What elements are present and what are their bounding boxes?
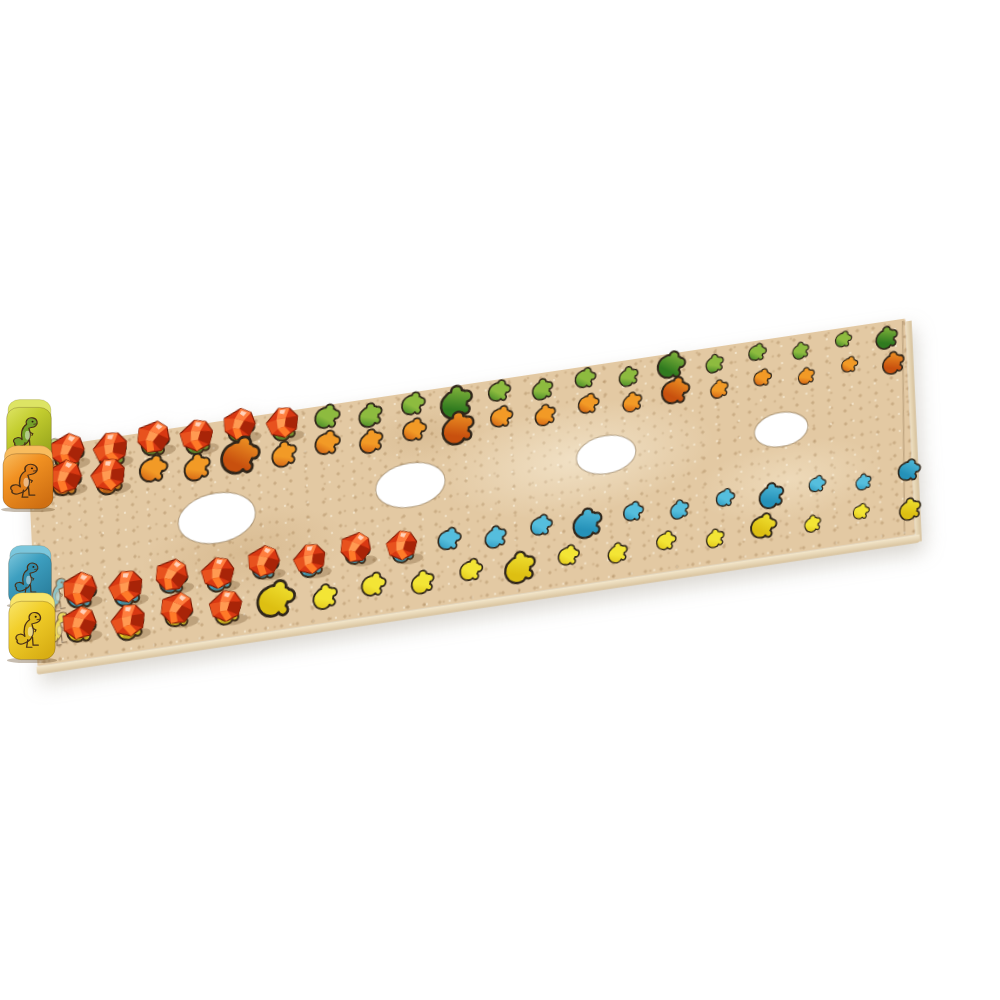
footprint-space-orange-4 <box>180 449 215 485</box>
footprint-space-yellow-18 <box>896 494 925 524</box>
footprint-space-green-19 <box>834 330 852 349</box>
footprint-space-blue-16 <box>755 479 788 513</box>
footprint-space-yellow-17 <box>852 502 870 521</box>
footprint-space-blue-15 <box>715 487 736 508</box>
board-hole-4 <box>754 409 809 451</box>
footprint-space-green-11 <box>487 378 512 403</box>
footprint-space-orange-11 <box>489 404 514 429</box>
footprint-space-green-15 <box>656 349 687 381</box>
footprint-space-yellow-14 <box>703 526 727 551</box>
footprint-space-yellow-15 <box>749 511 778 541</box>
footprint-space-blue-14 <box>667 497 692 522</box>
footprint-space-yellow-13 <box>655 529 677 551</box>
footprint-space-orange-13 <box>577 392 600 416</box>
footprint-space-blue-17 <box>808 474 827 493</box>
footprint-space-green-9 <box>400 390 426 417</box>
footprint-space-yellow-8 <box>407 567 438 598</box>
footprint-space-orange-16 <box>707 377 731 401</box>
board-hole-3 <box>576 431 637 478</box>
product-photo-scene <box>0 0 1000 1000</box>
footprint-space-green-13 <box>574 366 597 390</box>
footprint-space-blue-18 <box>853 471 874 492</box>
board-artwork <box>28 318 916 666</box>
footprint-space-green-16 <box>703 351 727 376</box>
footprint-space-orange-6 <box>268 437 301 471</box>
footprint-space-green-8 <box>355 399 386 431</box>
board-hole-1 <box>177 487 256 548</box>
footprint-space-yellow-6 <box>309 580 342 613</box>
footprint-space-green-12 <box>529 375 557 403</box>
footprint-space-green-14 <box>616 363 642 389</box>
game-board <box>28 318 916 666</box>
pawn-yellow[interactable] <box>6 591 58 663</box>
footprint-space-blue-19 <box>897 457 922 483</box>
footprint-space-orange-12 <box>532 401 560 429</box>
footprint-space-yellow-11 <box>557 543 581 567</box>
footprint-space-green-7 <box>313 402 341 431</box>
footprint-space-yellow-9 <box>459 557 484 583</box>
footprint-space-yellow-12 <box>605 540 631 567</box>
footprint-space-blue-12 <box>568 503 607 543</box>
footprint-space-blue-13 <box>622 500 644 523</box>
board-hole-2 <box>375 458 446 512</box>
pawn-orange[interactable] <box>0 444 56 512</box>
footprint-space-yellow-7 <box>360 570 387 598</box>
footprint-space-orange-8 <box>356 425 387 457</box>
footprint-space-blue-9 <box>437 526 463 553</box>
footprint-space-green-17 <box>748 342 768 362</box>
footprint-space-orange-15 <box>660 375 691 407</box>
footprint-space-orange-17 <box>753 367 773 387</box>
footprint-space-yellow-16 <box>802 513 824 536</box>
footprint-space-orange-19 <box>841 355 859 374</box>
footprint-space-orange-14 <box>619 389 645 415</box>
footprint-space-orange-9 <box>401 416 427 443</box>
footprint-space-blue-11 <box>529 513 553 538</box>
footprint-space-yellow-5 <box>255 577 297 620</box>
footprint-space-orange-7 <box>314 428 342 457</box>
footprint-space-yellow-10 <box>500 547 541 589</box>
footprint-space-blue-10 <box>481 522 510 552</box>
footprint-space-green-18 <box>790 339 812 362</box>
footprint-space-orange-3 <box>138 453 169 485</box>
footprint-space-orange-18 <box>795 365 817 388</box>
footprint-space-green-20 <box>872 323 901 353</box>
